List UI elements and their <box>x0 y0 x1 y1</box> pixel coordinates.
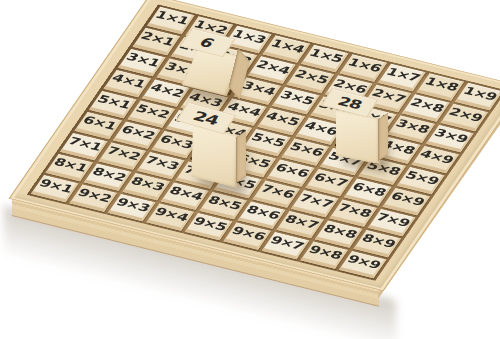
cube-1x7-label: 1×7 <box>382 66 421 85</box>
cube-9x5-label: 9×5 <box>189 215 228 234</box>
cube-6x6-label: 6×6 <box>271 162 310 181</box>
cube-9x6-label: 9×6 <box>228 225 267 244</box>
cube-9x2-label: 9×2 <box>74 187 113 206</box>
cube-6x9-label: 6×9 <box>387 190 426 209</box>
cube-9x9-label: 9×9 <box>343 253 382 272</box>
cube-7x9-label: 7×9 <box>372 211 411 230</box>
cube-9x1-label: 9×1 <box>35 177 74 196</box>
cube-8x2-label: 8×2 <box>88 166 127 185</box>
cube-8x6-label: 8×6 <box>242 204 281 223</box>
cube-7x3-label: 7×3 <box>141 154 180 173</box>
cube-1x6-label: 1×6 <box>344 57 383 76</box>
cube-6x1-label: 6×1 <box>79 114 118 133</box>
lifted-cube-9-value: 9 <box>196 34 218 50</box>
cube-2x8-label: 2×8 <box>406 97 445 116</box>
cube-3x1-label: 3×1 <box>122 51 161 70</box>
lifted-cube-28[interactable]: 28 <box>330 86 406 178</box>
cube-5x2-label: 5×2 <box>132 103 171 122</box>
cube-4x9-label: 4×9 <box>416 148 455 167</box>
cube-4x1-label: 4×1 <box>108 72 147 91</box>
cube-1x4-label: 1×4 <box>267 38 306 57</box>
cube-2x5-label: 2×5 <box>291 68 330 87</box>
cube-3x9-label: 3×9 <box>430 127 469 146</box>
lifted-cube-24[interactable]: 24 <box>186 100 266 200</box>
cube-7x1-label: 7×1 <box>64 135 103 154</box>
cube-9x7-label: 9×7 <box>266 234 305 253</box>
lifted-cube-28-front-face <box>336 110 380 165</box>
cube-1x9-label: 1×9 <box>459 85 498 104</box>
lifted-cube-28-top-face: 28 <box>321 88 378 117</box>
lifted-cube-24-front-face <box>191 124 238 187</box>
cube-8x7-label: 8×7 <box>281 213 320 232</box>
cube-9x4-label: 9×4 <box>151 206 190 225</box>
cube-6x2-label: 6×2 <box>117 124 156 143</box>
photo-canvas: 1×11×21×31×41×51×61×71×81×92×12×22×32×42… <box>0 0 500 339</box>
cube-2x1-label: 2×1 <box>137 30 176 49</box>
cube-9x3-label: 9×3 <box>112 196 151 215</box>
cube-1x5-label: 1×5 <box>305 47 344 66</box>
lifted-cube-28-side-face <box>378 113 388 161</box>
cube-5x9-label: 5×9 <box>401 169 440 188</box>
cube-8x3-label: 8×3 <box>127 175 166 194</box>
cube-5x1-label: 5×1 <box>93 93 132 112</box>
cube-7x7-label: 7×7 <box>295 192 334 211</box>
cube-4x2-label: 4×2 <box>146 82 185 101</box>
cube-9x8-label: 9×8 <box>305 244 344 263</box>
lifted-cube-28-value: 28 <box>335 94 364 112</box>
cube-8x1-label: 8×1 <box>50 156 89 175</box>
cube-7x2-label: 7×2 <box>103 145 142 164</box>
cube-2x9-label: 2×9 <box>445 106 484 125</box>
cube-5x6-label: 5×6 <box>286 141 325 160</box>
cube-8x8-label: 8×8 <box>319 223 358 242</box>
cube-6x8-label: 6×8 <box>348 181 387 200</box>
cube-8x9-label: 8×9 <box>358 232 397 251</box>
cube-1x1-label: 1×1 <box>151 9 190 28</box>
lifted-cube-24-side-face <box>236 130 246 183</box>
cube-3x5-label: 3×5 <box>276 89 315 108</box>
cube-7x8-label: 7×8 <box>334 202 373 221</box>
cube-1x8-label: 1×8 <box>421 76 460 95</box>
lifted-cube-24-value: 24 <box>190 108 222 128</box>
